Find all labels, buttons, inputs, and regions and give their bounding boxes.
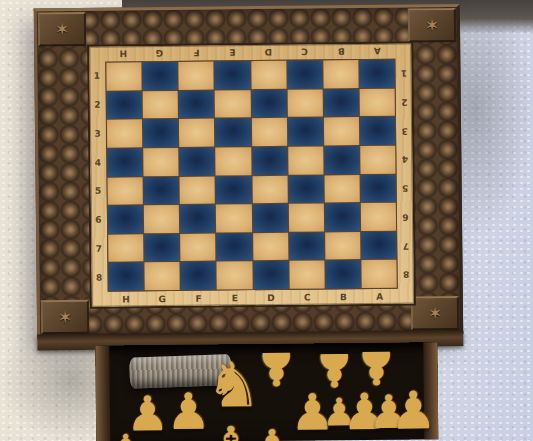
square-f2 [179, 90, 214, 118]
carved-frame: ✶ ✶ ✶ ✶ HGFEDCBA HGFEDCBA 12345678 12345… [34, 4, 463, 338]
square-h3 [107, 120, 142, 148]
coord-label: E [216, 290, 252, 305]
square-f1 [179, 62, 214, 90]
square-b2 [323, 89, 358, 117]
square-b7 [325, 232, 360, 260]
square-b1 [323, 60, 358, 88]
chess-board: HGFEDCBA HGFEDCBA 12345678 12345678 [89, 43, 414, 306]
square-c4 [288, 146, 323, 174]
square-d5 [252, 175, 287, 203]
coord-label: C [289, 289, 325, 304]
square-g6 [144, 205, 179, 233]
square-c1 [287, 60, 322, 88]
square-d7 [253, 233, 288, 261]
coord-label: G [141, 46, 177, 61]
square-h2 [107, 91, 142, 119]
chess-box-unit: ✶ ✶ ✶ ✶ HGFEDCBA HGFEDCBA 12345678 12345… [0, 0, 533, 441]
square-c6 [288, 204, 323, 232]
square-e5 [216, 176, 251, 204]
coord-label: H [105, 46, 141, 61]
square-b3 [324, 117, 359, 145]
coord-label: H [108, 291, 144, 306]
square-f5 [180, 176, 215, 204]
square-e6 [216, 204, 251, 232]
square-a3 [360, 117, 395, 145]
coord-label: 4 [91, 148, 104, 177]
corner-block-top-right: ✶ [408, 8, 456, 43]
square-c8 [289, 261, 324, 289]
square-e3 [215, 118, 250, 146]
coord-label: 5 [92, 177, 105, 206]
coord-label: 5 [399, 173, 412, 202]
square-a5 [360, 174, 395, 202]
star-carving-icon: ✶ [55, 19, 69, 39]
square-f6 [180, 205, 215, 233]
coord-label: 6 [399, 202, 412, 231]
square-a1 [359, 60, 394, 88]
coord-label: 8 [399, 260, 412, 289]
square-g7 [144, 234, 179, 262]
square-c7 [289, 232, 324, 260]
drawer-pawn-2: ♟ [166, 387, 211, 437]
square-d1 [251, 61, 286, 89]
square-e2 [215, 90, 250, 118]
square-e1 [215, 61, 250, 89]
coord-label: C [286, 44, 322, 59]
square-b5 [324, 175, 359, 203]
square-c3 [288, 118, 323, 146]
coord-label: 2 [398, 87, 411, 116]
star-carving-icon: ✶ [58, 307, 72, 327]
corner-block-bottom-left: ✶ [41, 300, 89, 335]
coord-label: E [214, 45, 250, 60]
rank-labels-left: 12345678 [90, 62, 105, 292]
square-c2 [287, 89, 322, 117]
drawer-piece-fragment: ♟ [110, 429, 141, 441]
square-d4 [252, 147, 287, 175]
coord-label: F [180, 291, 216, 306]
square-h7 [108, 234, 143, 262]
drawer-piece-tip: ♟ [252, 424, 292, 441]
drawer-left-wall [95, 346, 110, 441]
square-h8 [108, 263, 143, 291]
coord-label: D [250, 45, 286, 60]
coord-label: D [253, 290, 289, 305]
square-h1 [106, 62, 141, 90]
coord-label: 3 [398, 116, 411, 145]
coord-label: A [361, 289, 397, 304]
square-b6 [325, 203, 360, 231]
square-g1 [142, 62, 177, 90]
coord-label: 3 [91, 119, 104, 148]
star-carving-icon: ✶ [425, 15, 439, 35]
square-f8 [181, 262, 216, 290]
square-d6 [252, 204, 287, 232]
square-f7 [180, 233, 215, 261]
rank-labels-right: 12345678 [397, 58, 412, 288]
storage-drawer: ♞♟♟♟♟♟♟♟♟♟♟♝♟♟ [95, 342, 438, 441]
drawer-interior: ♞♟♟♟♟♟♟♟♟♟♟♝♟♟ [109, 342, 424, 441]
square-a8 [361, 260, 396, 288]
coord-label: 4 [398, 145, 411, 174]
square-a4 [360, 146, 395, 174]
coord-label: 7 [92, 234, 105, 263]
square-a6 [361, 203, 396, 231]
drawer-knight: ♞ [205, 354, 261, 417]
star-carving-icon: ✶ [428, 303, 442, 323]
square-h6 [108, 205, 143, 233]
square-g3 [143, 119, 178, 147]
corner-block-top-left: ✶ [38, 12, 86, 47]
square-b4 [324, 146, 359, 174]
square-h5 [108, 177, 143, 205]
square-f3 [179, 119, 214, 147]
coord-label: 1 [90, 62, 103, 91]
coord-label: 8 [92, 263, 105, 292]
square-e8 [217, 262, 252, 290]
square-g8 [145, 262, 180, 290]
square-g4 [143, 148, 178, 176]
square-e7 [217, 233, 252, 261]
coord-label: A [359, 44, 395, 59]
drawer-bishop-tip: ♝ [210, 420, 252, 441]
square-d3 [251, 118, 286, 146]
coord-label: B [325, 289, 361, 304]
square-a2 [359, 88, 394, 116]
board-grid [105, 59, 397, 292]
coord-label: G [144, 291, 180, 306]
square-e4 [216, 147, 251, 175]
square-g2 [143, 91, 178, 119]
square-b8 [325, 260, 360, 288]
square-h4 [107, 148, 142, 176]
coord-label: 2 [91, 90, 104, 119]
square-f4 [179, 147, 214, 175]
coord-label: F [178, 46, 214, 61]
coord-label: 1 [397, 58, 410, 87]
square-a7 [361, 231, 396, 259]
corner-block-bottom-right: ✶ [411, 296, 459, 331]
coord-label: 7 [399, 231, 412, 260]
photo-scene: ✶ ✶ ✶ ✶ HGFEDCBA HGFEDCBA 12345678 12345… [0, 0, 533, 441]
square-d8 [253, 261, 288, 289]
drawer-pawn-7: ♟ [390, 384, 437, 436]
coord-label: B [323, 44, 359, 59]
square-g5 [144, 176, 179, 204]
coord-label: 6 [92, 205, 105, 234]
file-labels-bottom: HGFEDCBA [108, 289, 398, 307]
square-d2 [251, 89, 286, 117]
square-c5 [288, 175, 323, 203]
